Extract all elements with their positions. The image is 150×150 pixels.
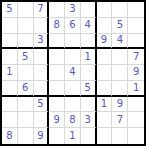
cell-r9c8[interactable] — [112, 128, 128, 144]
cell-r9c5[interactable]: 1 — [65, 128, 81, 144]
cell-r7c5[interactable] — [65, 97, 81, 113]
cell-r3c5[interactable] — [65, 34, 81, 50]
cell-r5c9[interactable]: 9 — [128, 65, 144, 81]
cell-r5c5[interactable]: 4 — [65, 65, 81, 81]
cell-r7c6[interactable] — [81, 97, 97, 113]
cell-r6c2[interactable]: 6 — [18, 81, 34, 97]
cell-r7c2[interactable] — [18, 97, 34, 113]
cell-r1c1[interactable]: 5 — [2, 2, 18, 18]
cell-r4c1[interactable] — [2, 49, 18, 65]
cell-r3c3[interactable]: 3 — [34, 34, 50, 50]
cell-r1c9[interactable] — [128, 2, 144, 18]
cell-r9c3[interactable]: 9 — [34, 128, 50, 144]
cell-r7c7[interactable]: 1 — [97, 97, 113, 113]
cell-r2c8[interactable]: 5 — [112, 18, 128, 34]
cell-r8c2[interactable] — [18, 112, 34, 128]
cell-r1c4[interactable] — [49, 2, 65, 18]
cell-r1c3[interactable]: 7 — [34, 2, 50, 18]
cell-r3c2[interactable] — [18, 34, 34, 50]
cell-r8c6[interactable]: 3 — [81, 112, 97, 128]
cell-r4c8[interactable] — [112, 49, 128, 65]
cell-r4c3[interactable] — [34, 49, 50, 65]
cell-r7c8[interactable]: 9 — [112, 97, 128, 113]
cell-r2c7[interactable] — [97, 18, 113, 34]
cell-r5c7[interactable] — [97, 65, 113, 81]
cell-r1c7[interactable] — [97, 2, 113, 18]
cell-r8c8[interactable]: 7 — [112, 112, 128, 128]
cell-r3c6[interactable] — [81, 34, 97, 50]
cell-r8c5[interactable]: 8 — [65, 112, 81, 128]
cell-r8c1[interactable] — [2, 112, 18, 128]
cell-r6c4[interactable] — [49, 81, 65, 97]
cell-r1c8[interactable] — [112, 2, 128, 18]
cell-r8c4[interactable]: 9 — [49, 112, 65, 128]
cell-r2c2[interactable] — [18, 18, 34, 34]
cell-r2c9[interactable] — [128, 18, 144, 34]
cell-r1c2[interactable] — [18, 2, 34, 18]
cell-r5c4[interactable] — [49, 65, 65, 81]
cell-r2c5[interactable]: 6 — [65, 18, 81, 34]
cell-r4c4[interactable] — [49, 49, 65, 65]
cell-r6c5[interactable] — [65, 81, 81, 97]
cell-r1c5[interactable]: 3 — [65, 2, 81, 18]
cell-r2c6[interactable]: 4 — [81, 18, 97, 34]
cell-r6c7[interactable] — [97, 81, 113, 97]
cell-r8c9[interactable] — [128, 112, 144, 128]
cell-r9c1[interactable]: 8 — [2, 128, 18, 144]
cell-r8c7[interactable] — [97, 112, 113, 128]
cell-r9c9[interactable] — [128, 128, 144, 144]
cell-r4c9[interactable]: 7 — [128, 49, 144, 65]
cell-r5c6[interactable] — [81, 65, 97, 81]
cell-r2c3[interactable] — [34, 18, 50, 34]
cell-r9c4[interactable] — [49, 128, 65, 144]
cell-r9c7[interactable] — [97, 128, 113, 144]
cell-r7c4[interactable] — [49, 97, 65, 113]
cell-r5c1[interactable]: 1 — [2, 65, 18, 81]
cell-r2c4[interactable]: 8 — [49, 18, 65, 34]
cell-r6c1[interactable] — [2, 81, 18, 97]
cell-r4c6[interactable]: 1 — [81, 49, 97, 65]
cell-r8c3[interactable] — [34, 112, 50, 128]
cell-r7c1[interactable] — [2, 97, 18, 113]
cell-r3c1[interactable] — [2, 34, 18, 50]
cell-r3c7[interactable]: 9 — [97, 34, 113, 50]
cell-r6c8[interactable] — [112, 81, 128, 97]
cell-r4c7[interactable] — [97, 49, 113, 65]
cell-r7c3[interactable]: 5 — [34, 97, 50, 113]
cell-r4c2[interactable]: 5 — [18, 49, 34, 65]
cell-r7c9[interactable] — [128, 97, 144, 113]
cell-r6c9[interactable]: 1 — [128, 81, 144, 97]
sudoku-board: 57386453945171496515199837891 — [0, 0, 146, 146]
cell-r3c9[interactable] — [128, 34, 144, 50]
cell-r5c3[interactable] — [34, 65, 50, 81]
cell-r9c2[interactable] — [18, 128, 34, 144]
cell-r1c6[interactable] — [81, 2, 97, 18]
cell-r9c6[interactable] — [81, 128, 97, 144]
cell-r3c8[interactable]: 4 — [112, 34, 128, 50]
cell-r2c1[interactable] — [2, 18, 18, 34]
cell-r5c8[interactable] — [112, 65, 128, 81]
cell-r4c5[interactable] — [65, 49, 81, 65]
cell-r6c3[interactable] — [34, 81, 50, 97]
cell-r3c4[interactable] — [49, 34, 65, 50]
cell-r6c6[interactable]: 5 — [81, 81, 97, 97]
cell-r5c2[interactable] — [18, 65, 34, 81]
